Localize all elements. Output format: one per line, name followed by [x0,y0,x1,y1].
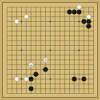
star-point [21,21,23,23]
black-stone[interactable] [86,19,91,24]
star-point [21,50,23,52]
star-point [78,21,80,23]
black-stone[interactable] [82,19,87,24]
black-stone[interactable] [43,67,48,72]
go-board-svg[interactable]: ba [0,0,100,100]
stone-label: b [45,58,47,62]
black-stone[interactable] [29,86,33,91]
black-stone[interactable] [29,77,33,82]
white-stone[interactable] [86,14,91,19]
black-stone[interactable] [72,77,77,82]
star-point [50,50,52,52]
black-stone[interactable] [82,77,87,82]
black-stone[interactable] [72,10,77,15]
white-stone[interactable] [14,19,19,24]
black-stone[interactable] [86,24,91,29]
star-point [21,78,23,80]
black-stone[interactable] [67,10,72,15]
go-board[interactable]: ba [0,0,100,100]
black-stone[interactable] [34,72,39,77]
star-point [50,21,52,23]
white-stone[interactable] [24,77,29,82]
star-point [78,78,80,80]
black-stone[interactable] [77,10,82,15]
white-stone[interactable] [24,14,29,19]
white-stone[interactable] [14,77,19,82]
star-point [50,78,52,80]
white-stone[interactable] [77,5,82,10]
star-point [78,50,80,52]
